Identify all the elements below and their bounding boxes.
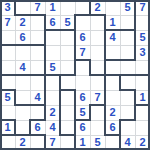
grid-cell-r10c9[interactable] — [120, 135, 135, 150]
grid-cell-r4c1[interactable] — [0, 45, 15, 60]
grid-cell-r7c3[interactable] — [30, 90, 45, 105]
grid-cell-r1c4[interactable] — [45, 0, 60, 15]
grid-cell-r6c10[interactable] — [135, 75, 150, 90]
grid-cell-r6c9[interactable] — [120, 75, 135, 90]
grid-cell-r4c4[interactable] — [45, 45, 60, 60]
grid-cell-r10c3[interactable] — [30, 135, 45, 150]
grid-cell-r6c6[interactable] — [75, 75, 90, 90]
grid-cell-r9c9[interactable] — [120, 120, 135, 135]
grid-cell-r7c8[interactable] — [105, 90, 120, 105]
grid-cell-r8c5[interactable] — [60, 105, 75, 120]
grid-cell-r4c2[interactable] — [15, 45, 30, 60]
grid-cell-r6c3[interactable] — [30, 75, 45, 90]
grid-cell-r6c8[interactable] — [105, 75, 120, 90]
grid-cell-r4c5[interactable] — [60, 45, 75, 60]
grid-cell-r5c9[interactable] — [120, 60, 135, 75]
grid-cell-r10c8[interactable] — [105, 135, 120, 150]
grid-cell-r1c3[interactable] — [30, 0, 45, 15]
grid-cell-r8c6[interactable] — [75, 105, 90, 120]
grid-cell-r7c2[interactable] — [15, 90, 30, 105]
grid-cell-r5c3[interactable] — [30, 60, 45, 75]
grid-cell-r5c2[interactable] — [15, 60, 30, 75]
grid-cell-r3c9[interactable] — [120, 30, 135, 45]
grid-cell-r9c4[interactable] — [45, 120, 60, 135]
grid-cell-r8c2[interactable] — [15, 105, 30, 120]
grid-cell-r8c10[interactable] — [135, 105, 150, 120]
grid-cell-r3c8[interactable] — [105, 30, 120, 45]
grid-cell-r9c2[interactable] — [15, 120, 30, 135]
grid-cell-r7c10[interactable] — [135, 90, 150, 105]
grid-cell-r2c8[interactable] — [105, 15, 120, 30]
grid-cell-r3c7[interactable] — [90, 30, 105, 45]
grid-cell-r10c5[interactable] — [60, 135, 75, 150]
grid-cell-r9c5[interactable] — [60, 120, 75, 135]
puzzle-board: 37125772651664573455467125216466271542 — [0, 0, 150, 150]
grid-cell-r2c2[interactable] — [15, 15, 30, 30]
grid-cell-r7c6[interactable] — [75, 90, 90, 105]
grid-cell-r5c1[interactable] — [0, 60, 15, 75]
grid-cell-r4c6[interactable] — [75, 45, 90, 60]
grid-cell-r6c2[interactable] — [15, 75, 30, 90]
grid-cell-r2c6[interactable] — [75, 15, 90, 30]
grid-cell-r8c3[interactable] — [30, 105, 45, 120]
grid-cell-r9c6[interactable] — [75, 120, 90, 135]
grid-cell-r2c1[interactable] — [0, 15, 15, 30]
grid-cell-r10c10[interactable] — [135, 135, 150, 150]
grid-cell-r4c10[interactable] — [135, 45, 150, 60]
grid-cell-r9c10[interactable] — [135, 120, 150, 135]
grid-cell-r8c1[interactable] — [0, 105, 15, 120]
grid-cell-r2c10[interactable] — [135, 15, 150, 30]
grid-cell-r2c4[interactable] — [45, 15, 60, 30]
grid-cell-r2c3[interactable] — [30, 15, 45, 30]
grid-cell-r4c3[interactable] — [30, 45, 45, 60]
grid-cell-r9c1[interactable] — [0, 120, 15, 135]
grid-cell-r5c6[interactable] — [75, 60, 90, 75]
grid-cell-r3c2[interactable] — [15, 30, 30, 45]
grid-cell-r5c7[interactable] — [90, 60, 105, 75]
grid-cell-r9c7[interactable] — [90, 120, 105, 135]
grid-cell-r1c9[interactable] — [120, 0, 135, 15]
grid-cell-r3c3[interactable] — [30, 30, 45, 45]
grid-cell-r4c8[interactable] — [105, 45, 120, 60]
grid-cell-r1c8[interactable] — [105, 0, 120, 15]
grid-cell-r2c5[interactable] — [60, 15, 75, 30]
grid-cell-r1c1[interactable] — [0, 0, 15, 15]
grid-cell-r3c10[interactable] — [135, 30, 150, 45]
grid-cell-r3c5[interactable] — [60, 30, 75, 45]
grid-cell-r3c6[interactable] — [75, 30, 90, 45]
grid-cell-r8c7[interactable] — [90, 105, 105, 120]
grid-cell-r8c9[interactable] — [120, 105, 135, 120]
grid-cell-r1c10[interactable] — [135, 0, 150, 15]
grid-cell-r1c5[interactable] — [60, 0, 75, 15]
grid-cell-r4c9[interactable] — [120, 45, 135, 60]
grid-cell-r2c9[interactable] — [120, 15, 135, 30]
grid-cell-r9c3[interactable] — [30, 120, 45, 135]
grid-cell-r10c7[interactable] — [90, 135, 105, 150]
grid-cell-r4c7[interactable] — [90, 45, 105, 60]
grid-cell-r7c1[interactable] — [0, 90, 15, 105]
grid-cell-r10c4[interactable] — [45, 135, 60, 150]
grid-cell-r5c10[interactable] — [135, 60, 150, 75]
grid-cell-r3c1[interactable] — [0, 30, 15, 45]
grid-cell-r7c7[interactable] — [90, 90, 105, 105]
grid-cell-r2c7[interactable] — [90, 15, 105, 30]
grid-cell-r5c8[interactable] — [105, 60, 120, 75]
grid-cell-r8c8[interactable] — [105, 105, 120, 120]
grid-cell-r1c2[interactable] — [15, 0, 30, 15]
grid-cell-r6c1[interactable] — [0, 75, 15, 90]
grid-cell-r10c1[interactable] — [0, 135, 15, 150]
grid-cell-r6c4[interactable] — [45, 75, 60, 90]
grid-cell-r7c9[interactable] — [120, 90, 135, 105]
grid-cell-r6c5[interactable] — [60, 75, 75, 90]
grid-cell-r7c4[interactable] — [45, 90, 60, 105]
grid-cell-r8c4[interactable] — [45, 105, 60, 120]
grid-cell-r6c7[interactable] — [90, 75, 105, 90]
grid-cell-r1c6[interactable] — [75, 0, 90, 15]
grid-cell-r3c4[interactable] — [45, 30, 60, 45]
grid-cell-r5c5[interactable] — [60, 60, 75, 75]
grid-cell-r9c8[interactable] — [105, 120, 120, 135]
grid-cell-r7c5[interactable] — [60, 90, 75, 105]
grid-cell-r5c4[interactable] — [45, 60, 60, 75]
grid-cell-r10c6[interactable] — [75, 135, 90, 150]
grid-cell-r10c2[interactable] — [15, 135, 30, 150]
grid-cell-r1c7[interactable] — [90, 0, 105, 15]
